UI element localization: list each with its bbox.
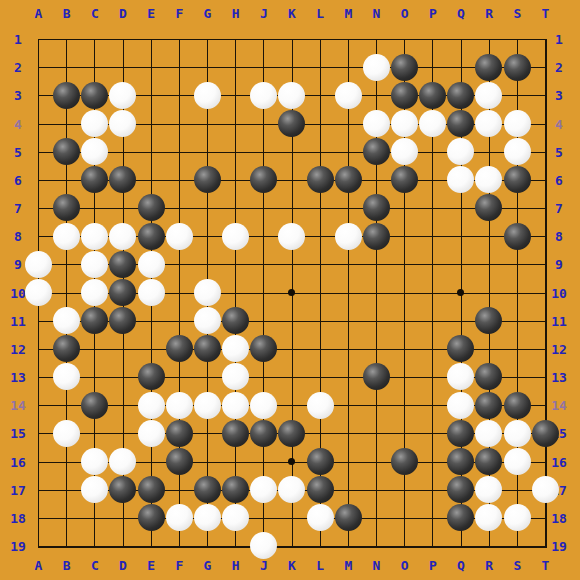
white-stone-C8: [81, 223, 108, 250]
white-stone-K3: [278, 82, 305, 109]
white-stone-F8: [166, 223, 193, 250]
row-label-left-14: 14: [10, 399, 26, 412]
black-stone-L16: [307, 448, 334, 475]
row-label-right-3: 3: [555, 89, 563, 102]
white-stone-E15: [138, 420, 165, 447]
row-label-right-5: 5: [555, 145, 563, 158]
white-stone-S4: [504, 110, 531, 137]
black-stone-E18: [138, 504, 165, 531]
white-stone-J14: [250, 392, 277, 419]
black-stone-Q15: [447, 420, 474, 447]
column-label-bottom-Q: Q: [457, 559, 465, 572]
row-label-right-2: 2: [555, 61, 563, 74]
black-stone-N7: [363, 194, 390, 221]
black-stone-R14: [475, 392, 502, 419]
black-stone-R13: [475, 363, 502, 390]
column-label-bottom-K: K: [288, 559, 296, 572]
column-label-bottom-L: L: [316, 559, 324, 572]
white-stone-H8: [222, 223, 249, 250]
column-label-bottom-H: H: [232, 559, 240, 572]
black-stone-O3: [391, 82, 418, 109]
row-label-right-18: 18: [551, 511, 567, 524]
white-stone-D8: [109, 223, 136, 250]
column-label-top-E: E: [147, 7, 155, 20]
white-stone-D16: [109, 448, 136, 475]
white-stone-H13: [222, 363, 249, 390]
white-stone-Q13: [447, 363, 474, 390]
black-stone-K4: [278, 110, 305, 137]
row-label-right-14: 14: [551, 399, 567, 412]
board-intersections[interactable]: [24, 25, 559, 560]
white-stone-S18: [504, 504, 531, 531]
white-stone-C17: [81, 476, 108, 503]
column-label-top-M: M: [344, 7, 352, 20]
black-stone-D17: [109, 476, 136, 503]
white-stone-E10: [138, 279, 165, 306]
white-stone-G18: [194, 504, 221, 531]
black-stone-G12: [194, 335, 221, 362]
column-label-top-S: S: [513, 7, 521, 20]
column-label-bottom-E: E: [147, 559, 155, 572]
black-stone-E17: [138, 476, 165, 503]
star-point-K10: [288, 289, 295, 296]
white-stone-H18: [222, 504, 249, 531]
white-stone-L14: [307, 392, 334, 419]
black-stone-N5: [363, 138, 390, 165]
row-label-left-15: 15: [10, 427, 26, 440]
white-stone-T17: [532, 476, 559, 503]
white-stone-E14: [138, 392, 165, 419]
column-label-top-T: T: [542, 7, 550, 20]
column-label-bottom-C: C: [91, 559, 99, 572]
black-stone-S8: [504, 223, 531, 250]
white-stone-R15: [475, 420, 502, 447]
row-label-right-16: 16: [551, 455, 567, 468]
row-label-right-9: 9: [555, 258, 563, 271]
row-label-left-9: 9: [14, 258, 22, 271]
black-stone-T15: [532, 420, 559, 447]
white-stone-A10: [25, 279, 52, 306]
black-stone-S6: [504, 166, 531, 193]
white-stone-J19: [250, 532, 277, 559]
black-stone-Q16: [447, 448, 474, 475]
white-stone-R3: [475, 82, 502, 109]
row-label-left-2: 2: [14, 61, 22, 74]
black-stone-H15: [222, 420, 249, 447]
black-stone-Q3: [447, 82, 474, 109]
column-label-top-P: P: [429, 7, 437, 20]
white-stone-Q5: [447, 138, 474, 165]
black-stone-S2: [504, 54, 531, 81]
black-stone-J12: [250, 335, 277, 362]
black-stone-F15: [166, 420, 193, 447]
black-stone-Q17: [447, 476, 474, 503]
white-stone-M3: [335, 82, 362, 109]
white-stone-B15: [53, 420, 80, 447]
row-label-left-17: 17: [10, 483, 26, 496]
column-label-bottom-B: B: [63, 559, 71, 572]
white-stone-C10: [81, 279, 108, 306]
white-stone-A9: [25, 251, 52, 278]
white-stone-Q6: [447, 166, 474, 193]
black-stone-C3: [81, 82, 108, 109]
black-stone-E7: [138, 194, 165, 221]
white-stone-R18: [475, 504, 502, 531]
black-stone-F12: [166, 335, 193, 362]
column-label-bottom-P: P: [429, 559, 437, 572]
black-stone-D10: [109, 279, 136, 306]
white-stone-C9: [81, 251, 108, 278]
black-stone-O2: [391, 54, 418, 81]
black-stone-G6: [194, 166, 221, 193]
white-stone-J17: [250, 476, 277, 503]
black-stone-E8: [138, 223, 165, 250]
row-label-left-12: 12: [10, 342, 26, 355]
white-stone-G3: [194, 82, 221, 109]
black-stone-R7: [475, 194, 502, 221]
row-label-right-12: 12: [551, 342, 567, 355]
white-stone-G10: [194, 279, 221, 306]
row-label-left-1: 1: [14, 33, 22, 46]
black-stone-L17: [307, 476, 334, 503]
column-label-bottom-O: O: [401, 559, 409, 572]
black-stone-D9: [109, 251, 136, 278]
column-label-top-N: N: [373, 7, 381, 20]
black-stone-O6: [391, 166, 418, 193]
white-stone-C4: [81, 110, 108, 137]
star-point-K16: [288, 458, 295, 465]
row-label-left-11: 11: [10, 314, 26, 327]
black-stone-F16: [166, 448, 193, 475]
white-stone-B8: [53, 223, 80, 250]
row-label-right-10: 10: [551, 286, 567, 299]
white-stone-S16: [504, 448, 531, 475]
white-stone-M8: [335, 223, 362, 250]
column-label-bottom-R: R: [485, 559, 493, 572]
column-label-bottom-J: J: [260, 559, 268, 572]
black-stone-H17: [222, 476, 249, 503]
column-label-top-B: B: [63, 7, 71, 20]
black-stone-Q18: [447, 504, 474, 531]
white-stone-B11: [53, 307, 80, 334]
white-stone-L18: [307, 504, 334, 531]
black-stone-O16: [391, 448, 418, 475]
black-stone-C6: [81, 166, 108, 193]
column-label-bottom-M: M: [344, 559, 352, 572]
column-label-top-K: K: [288, 7, 296, 20]
black-stone-G17: [194, 476, 221, 503]
column-label-top-C: C: [91, 7, 99, 20]
row-label-right-11: 11: [551, 314, 567, 327]
column-label-bottom-A: A: [35, 559, 43, 572]
black-stone-H11: [222, 307, 249, 334]
white-stone-R17: [475, 476, 502, 503]
white-stone-N2: [363, 54, 390, 81]
black-stone-L6: [307, 166, 334, 193]
black-stone-B3: [53, 82, 80, 109]
column-label-bottom-D: D: [119, 559, 127, 572]
white-stone-S5: [504, 138, 531, 165]
white-stone-H12: [222, 335, 249, 362]
white-stone-C5: [81, 138, 108, 165]
column-label-bottom-T: T: [542, 559, 550, 572]
black-stone-B12: [53, 335, 80, 362]
black-stone-E13: [138, 363, 165, 390]
white-stone-K8: [278, 223, 305, 250]
black-stone-S14: [504, 392, 531, 419]
column-label-top-L: L: [316, 7, 324, 20]
row-label-left-7: 7: [14, 202, 22, 215]
white-stone-K17: [278, 476, 305, 503]
row-label-right-8: 8: [555, 230, 563, 243]
row-label-left-4: 4: [14, 117, 22, 130]
column-label-bottom-G: G: [204, 559, 212, 572]
row-label-left-8: 8: [14, 230, 22, 243]
column-label-top-R: R: [485, 7, 493, 20]
black-stone-D6: [109, 166, 136, 193]
column-label-top-J: J: [260, 7, 268, 20]
black-stone-M6: [335, 166, 362, 193]
star-point-Q10: [457, 289, 464, 296]
column-label-top-Q: Q: [457, 7, 465, 20]
black-stone-D11: [109, 307, 136, 334]
row-label-left-3: 3: [14, 89, 22, 102]
row-label-right-1: 1: [555, 33, 563, 46]
white-stone-G14: [194, 392, 221, 419]
white-stone-C16: [81, 448, 108, 475]
column-label-top-G: G: [204, 7, 212, 20]
black-stone-M18: [335, 504, 362, 531]
row-label-left-16: 16: [10, 455, 26, 468]
row-label-right-13: 13: [551, 371, 567, 384]
row-label-right-19: 19: [551, 540, 567, 553]
white-stone-F14: [166, 392, 193, 419]
row-label-left-6: 6: [14, 173, 22, 186]
black-stone-C14: [81, 392, 108, 419]
white-stone-G11: [194, 307, 221, 334]
white-stone-R6: [475, 166, 502, 193]
row-label-left-18: 18: [10, 511, 26, 524]
black-stone-C11: [81, 307, 108, 334]
white-stone-B13: [53, 363, 80, 390]
column-label-bottom-N: N: [373, 559, 381, 572]
white-stone-N4: [363, 110, 390, 137]
white-stone-F18: [166, 504, 193, 531]
black-stone-N13: [363, 363, 390, 390]
row-label-left-5: 5: [14, 145, 22, 158]
black-stone-J15: [250, 420, 277, 447]
go-board[interactable]: AABBCCDDEEFFGGHHJJKKLLMMNNOOPPQQRRSSTT11…: [0, 0, 580, 580]
row-label-left-19: 19: [10, 540, 26, 553]
row-label-right-4: 4: [555, 117, 563, 130]
white-stone-Q14: [447, 392, 474, 419]
row-label-right-7: 7: [555, 202, 563, 215]
black-stone-J6: [250, 166, 277, 193]
black-stone-R16: [475, 448, 502, 475]
black-stone-B7: [53, 194, 80, 221]
column-label-top-F: F: [175, 7, 183, 20]
column-label-top-D: D: [119, 7, 127, 20]
white-stone-O5: [391, 138, 418, 165]
row-label-left-13: 13: [10, 371, 26, 384]
white-stone-R4: [475, 110, 502, 137]
row-label-right-6: 6: [555, 173, 563, 186]
column-label-top-H: H: [232, 7, 240, 20]
black-stone-N8: [363, 223, 390, 250]
black-stone-B5: [53, 138, 80, 165]
white-stone-J3: [250, 82, 277, 109]
white-stone-O4: [391, 110, 418, 137]
black-stone-R2: [475, 54, 502, 81]
black-stone-P3: [419, 82, 446, 109]
column-label-bottom-S: S: [513, 559, 521, 572]
white-stone-P4: [419, 110, 446, 137]
row-label-left-10: 10: [10, 286, 26, 299]
column-label-top-O: O: [401, 7, 409, 20]
black-stone-K15: [278, 420, 305, 447]
black-stone-Q12: [447, 335, 474, 362]
black-stone-R11: [475, 307, 502, 334]
white-stone-D4: [109, 110, 136, 137]
column-label-top-A: A: [35, 7, 43, 20]
black-stone-Q4: [447, 110, 474, 137]
column-label-bottom-F: F: [175, 559, 183, 572]
white-stone-H14: [222, 392, 249, 419]
white-stone-E9: [138, 251, 165, 278]
white-stone-D3: [109, 82, 136, 109]
white-stone-S15: [504, 420, 531, 447]
